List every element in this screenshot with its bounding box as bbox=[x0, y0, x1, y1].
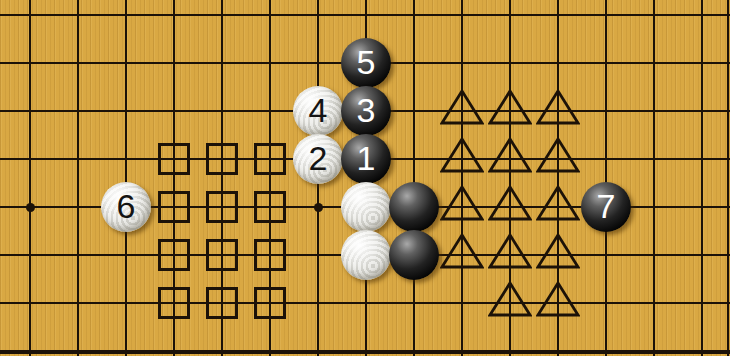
white-stone bbox=[341, 182, 391, 232]
intersection[interactable] bbox=[390, 87, 438, 135]
intersection[interactable] bbox=[486, 0, 534, 39]
intersection[interactable] bbox=[486, 279, 534, 327]
square-mark bbox=[254, 143, 286, 175]
intersection[interactable] bbox=[534, 87, 582, 135]
intersection[interactable] bbox=[438, 279, 486, 327]
square-mark bbox=[206, 143, 238, 175]
triangle-mark bbox=[488, 185, 532, 221]
intersection[interactable] bbox=[54, 39, 102, 87]
intersection[interactable] bbox=[6, 0, 54, 39]
intersection[interactable] bbox=[198, 39, 246, 87]
intersection[interactable] bbox=[534, 231, 582, 279]
intersection[interactable]: 4 bbox=[294, 87, 342, 135]
intersection[interactable] bbox=[630, 279, 678, 327]
intersection[interactable] bbox=[246, 279, 294, 327]
square-mark bbox=[206, 239, 238, 271]
white-stone: 2 bbox=[293, 134, 343, 184]
intersection[interactable] bbox=[678, 279, 726, 327]
triangle-mark bbox=[440, 233, 484, 269]
intersection[interactable] bbox=[150, 231, 198, 279]
triangle-mark bbox=[488, 281, 532, 317]
intersection[interactable] bbox=[150, 183, 198, 231]
black-stone bbox=[389, 182, 439, 232]
intersection[interactable] bbox=[6, 327, 54, 356]
intersection[interactable] bbox=[342, 231, 390, 279]
intersection[interactable] bbox=[438, 231, 486, 279]
black-stone: 7 bbox=[581, 182, 631, 232]
intersection[interactable] bbox=[582, 39, 630, 87]
intersection[interactable] bbox=[6, 39, 54, 87]
stone-number: 1 bbox=[357, 141, 376, 175]
triangle-mark bbox=[440, 137, 484, 173]
triangle-mark bbox=[536, 185, 580, 221]
intersection[interactable] bbox=[150, 279, 198, 327]
intersection[interactable] bbox=[630, 39, 678, 87]
intersection[interactable] bbox=[678, 327, 726, 356]
stone-number: 5 bbox=[357, 45, 376, 79]
intersection[interactable] bbox=[102, 135, 150, 183]
intersection[interactable] bbox=[630, 0, 678, 39]
intersection[interactable] bbox=[102, 327, 150, 356]
intersection[interactable] bbox=[246, 231, 294, 279]
star-point bbox=[314, 203, 323, 212]
intersection[interactable] bbox=[630, 183, 678, 231]
intersection[interactable] bbox=[534, 39, 582, 87]
intersection[interactable] bbox=[246, 87, 294, 135]
triangle-mark bbox=[536, 137, 580, 173]
intersection[interactable]: 2 bbox=[294, 135, 342, 183]
star-point bbox=[26, 203, 35, 212]
intersection[interactable]: 7 bbox=[582, 183, 630, 231]
white-stone: 6 bbox=[101, 182, 151, 232]
intersection[interactable] bbox=[150, 0, 198, 39]
intersection[interactable] bbox=[246, 39, 294, 87]
intersection[interactable] bbox=[342, 327, 390, 356]
intersection[interactable] bbox=[102, 87, 150, 135]
intersection[interactable] bbox=[486, 39, 534, 87]
stone-number: 2 bbox=[309, 141, 328, 175]
intersection[interactable] bbox=[486, 231, 534, 279]
intersection[interactable] bbox=[198, 87, 246, 135]
intersection[interactable] bbox=[54, 87, 102, 135]
white-stone bbox=[341, 230, 391, 280]
intersection[interactable] bbox=[486, 327, 534, 356]
intersection[interactable] bbox=[438, 0, 486, 39]
intersection[interactable] bbox=[102, 39, 150, 87]
intersection[interactable] bbox=[630, 327, 678, 356]
intersection[interactable] bbox=[486, 183, 534, 231]
triangle-mark bbox=[488, 137, 532, 173]
intersection[interactable] bbox=[150, 135, 198, 183]
square-mark bbox=[254, 239, 286, 271]
intersection[interactable] bbox=[534, 279, 582, 327]
intersection[interactable] bbox=[102, 231, 150, 279]
stone-number: 6 bbox=[117, 189, 136, 223]
intersection[interactable] bbox=[294, 327, 342, 356]
intersection[interactable] bbox=[630, 87, 678, 135]
intersection[interactable] bbox=[342, 0, 390, 39]
triangle-mark bbox=[440, 89, 484, 125]
intersection[interactable] bbox=[102, 279, 150, 327]
intersection[interactable] bbox=[342, 279, 390, 327]
intersection[interactable] bbox=[6, 231, 54, 279]
stone-number: 7 bbox=[597, 189, 616, 223]
intersection[interactable] bbox=[54, 135, 102, 183]
intersection[interactable] bbox=[198, 0, 246, 39]
intersection[interactable]: 1 bbox=[342, 135, 390, 183]
square-mark bbox=[206, 191, 238, 223]
go-board: 5432167 bbox=[0, 0, 730, 356]
intersection[interactable] bbox=[54, 183, 102, 231]
intersection[interactable] bbox=[246, 327, 294, 356]
intersection[interactable] bbox=[54, 0, 102, 39]
intersection[interactable] bbox=[630, 135, 678, 183]
intersection[interactable] bbox=[678, 0, 726, 39]
intersection[interactable] bbox=[534, 135, 582, 183]
black-stone: 3 bbox=[341, 86, 391, 136]
intersection[interactable] bbox=[198, 231, 246, 279]
intersection[interactable]: 5 bbox=[342, 39, 390, 87]
intersection[interactable] bbox=[678, 39, 726, 87]
intersection[interactable] bbox=[678, 87, 726, 135]
intersection[interactable] bbox=[390, 183, 438, 231]
intersection[interactable] bbox=[390, 135, 438, 183]
intersection[interactable] bbox=[246, 0, 294, 39]
intersection[interactable] bbox=[198, 279, 246, 327]
board-intersections: 5432167 bbox=[6, 0, 726, 356]
intersection[interactable] bbox=[438, 87, 486, 135]
white-stone: 4 bbox=[293, 86, 343, 136]
intersection[interactable] bbox=[294, 279, 342, 327]
intersection[interactable] bbox=[198, 135, 246, 183]
intersection[interactable] bbox=[6, 183, 54, 231]
intersection[interactable] bbox=[582, 327, 630, 356]
intersection[interactable] bbox=[294, 231, 342, 279]
intersection[interactable] bbox=[102, 0, 150, 39]
intersection[interactable] bbox=[630, 231, 678, 279]
intersection[interactable] bbox=[6, 87, 54, 135]
stone-number: 4 bbox=[309, 93, 328, 127]
intersection[interactable] bbox=[54, 231, 102, 279]
intersection[interactable] bbox=[534, 0, 582, 39]
intersection[interactable]: 6 bbox=[102, 183, 150, 231]
intersection[interactable] bbox=[294, 39, 342, 87]
intersection[interactable] bbox=[246, 183, 294, 231]
square-mark bbox=[158, 191, 190, 223]
intersection[interactable] bbox=[438, 183, 486, 231]
intersection[interactable] bbox=[678, 183, 726, 231]
intersection[interactable] bbox=[6, 135, 54, 183]
go-diagram: 5432167 bbox=[0, 0, 730, 356]
intersection[interactable] bbox=[534, 183, 582, 231]
intersection[interactable] bbox=[150, 39, 198, 87]
square-mark bbox=[158, 287, 190, 319]
black-stone: 1 bbox=[341, 134, 391, 184]
intersection[interactable] bbox=[534, 327, 582, 356]
black-stone bbox=[389, 230, 439, 280]
intersection[interactable] bbox=[294, 183, 342, 231]
square-mark bbox=[158, 239, 190, 271]
intersection[interactable] bbox=[582, 279, 630, 327]
intersection[interactable] bbox=[678, 231, 726, 279]
intersection[interactable]: 3 bbox=[342, 87, 390, 135]
triangle-mark bbox=[488, 89, 532, 125]
intersection[interactable] bbox=[54, 279, 102, 327]
intersection[interactable] bbox=[54, 327, 102, 356]
intersection[interactable] bbox=[390, 279, 438, 327]
triangle-mark bbox=[536, 89, 580, 125]
intersection[interactable] bbox=[390, 0, 438, 39]
intersection[interactable] bbox=[438, 135, 486, 183]
intersection[interactable] bbox=[390, 231, 438, 279]
intersection[interactable] bbox=[582, 0, 630, 39]
intersection[interactable] bbox=[150, 87, 198, 135]
stone-number: 3 bbox=[357, 93, 376, 127]
intersection[interactable] bbox=[438, 327, 486, 356]
intersection[interactable] bbox=[486, 87, 534, 135]
intersection[interactable] bbox=[582, 135, 630, 183]
black-stone: 5 bbox=[341, 38, 391, 88]
square-mark bbox=[158, 143, 190, 175]
triangle-mark bbox=[488, 233, 532, 269]
intersection[interactable] bbox=[294, 0, 342, 39]
square-mark bbox=[254, 287, 286, 319]
intersection[interactable] bbox=[6, 279, 54, 327]
intersection[interactable] bbox=[390, 39, 438, 87]
intersection[interactable] bbox=[198, 327, 246, 356]
intersection[interactable] bbox=[678, 135, 726, 183]
intersection[interactable] bbox=[582, 231, 630, 279]
intersection[interactable] bbox=[150, 327, 198, 356]
triangle-mark bbox=[440, 185, 484, 221]
square-mark bbox=[206, 287, 238, 319]
intersection[interactable] bbox=[582, 87, 630, 135]
intersection[interactable] bbox=[438, 39, 486, 87]
intersection[interactable] bbox=[486, 135, 534, 183]
triangle-mark bbox=[536, 281, 580, 317]
intersection[interactable] bbox=[246, 135, 294, 183]
intersection[interactable] bbox=[198, 183, 246, 231]
square-mark bbox=[254, 191, 286, 223]
triangle-mark bbox=[536, 233, 580, 269]
intersection[interactable] bbox=[342, 183, 390, 231]
intersection[interactable] bbox=[390, 327, 438, 356]
